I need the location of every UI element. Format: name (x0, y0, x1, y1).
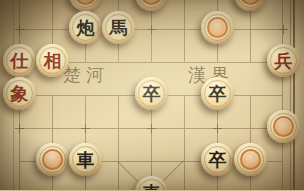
hidden-piece-badge (75, 0, 96, 5)
piece-black-chariot[interactable]: 車 (69, 143, 102, 176)
point-marker (48, 0, 57, 1)
piece-red-elephant[interactable]: 相 (36, 44, 69, 77)
piece-character: 卒 (209, 85, 227, 103)
piece-hidden[interactable] (234, 0, 267, 11)
hidden-piece-badge (207, 17, 228, 38)
piece-character: 象 (11, 85, 29, 103)
piece-black-soldier[interactable]: 卒 (201, 143, 234, 176)
point-marker (147, 25, 156, 34)
piece-red-soldier[interactable]: 兵 (267, 44, 300, 77)
point-marker (279, 25, 288, 34)
piece-black-cannon[interactable]: 炮 (69, 11, 102, 44)
point-marker (15, 124, 24, 133)
hidden-piece-badge (42, 149, 63, 170)
hidden-piece-badge (240, 149, 261, 170)
piece-hidden[interactable] (201, 11, 234, 44)
point-marker (147, 124, 156, 133)
piece-character: 相 (44, 52, 62, 70)
piece-layer: 炮馬仕相兵象卒卒車卒車 (0, 0, 304, 190)
piece-hidden[interactable] (36, 143, 69, 176)
piece-hidden[interactable] (234, 143, 267, 176)
piece-character: 卒 (143, 85, 161, 103)
piece-black-soldier[interactable]: 卒 (201, 77, 234, 110)
piece-black-horse[interactable]: 馬 (102, 11, 135, 44)
piece-hidden[interactable] (267, 110, 300, 143)
piece-hidden[interactable] (135, 0, 168, 11)
piece-character: 兵 (275, 52, 293, 70)
hidden-piece-badge (273, 116, 294, 137)
point-marker (81, 124, 90, 133)
piece-character: 車 (143, 184, 161, 191)
piece-red-elephant[interactable]: 象 (3, 77, 36, 110)
piece-character: 卒 (209, 151, 227, 169)
piece-black-soldier[interactable]: 卒 (135, 77, 168, 110)
point-marker (213, 124, 222, 133)
piece-hidden[interactable] (69, 0, 102, 11)
piece-red-advisor[interactable]: 仕 (3, 44, 36, 77)
piece-character: 仕 (11, 52, 29, 70)
xiangqi-board[interactable]: 楚河 漢界 炮馬仕相兵象卒卒車卒車 (0, 0, 304, 190)
piece-black-chariot[interactable]: 車 (135, 176, 168, 190)
piece-character: 車 (77, 151, 95, 169)
hidden-piece-badge (141, 0, 162, 5)
point-marker (15, 25, 24, 34)
hidden-piece-badge (240, 0, 261, 5)
piece-character: 炮 (77, 19, 95, 37)
piece-character: 馬 (110, 19, 128, 37)
